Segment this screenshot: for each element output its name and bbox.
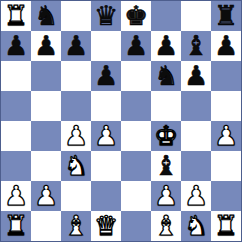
piece-black-pawn[interactable]: ♟	[184, 62, 208, 89]
piece-white-pawn[interactable]: ♟	[184, 182, 208, 209]
piece-white-pawn[interactable]: ♟	[4, 182, 28, 209]
square-e7[interactable]: ♟	[121, 31, 151, 61]
piece-white-rook[interactable]: ♜	[214, 212, 238, 239]
square-a8[interactable]: ♜	[1, 1, 31, 31]
square-f7[interactable]: ♟	[151, 31, 181, 61]
square-f4[interactable]: ♚	[151, 121, 181, 151]
square-a1[interactable]: ♜	[1, 211, 31, 241]
piece-white-rook[interactable]: ♜	[4, 2, 28, 29]
piece-black-knight[interactable]: ♞	[34, 2, 58, 29]
piece-black-queen[interactable]: ♛	[94, 2, 118, 29]
square-h3[interactable]	[211, 151, 241, 181]
square-f8[interactable]	[151, 1, 181, 31]
square-c3[interactable]: ♞	[61, 151, 91, 181]
square-d5[interactable]	[91, 91, 121, 121]
square-b7[interactable]: ♟	[31, 31, 61, 61]
piece-black-bishop[interactable]: ♝	[184, 32, 208, 59]
piece-white-queen[interactable]: ♛	[94, 212, 118, 239]
square-g3[interactable]	[181, 151, 211, 181]
square-h8[interactable]: ♜	[211, 1, 241, 31]
square-a2[interactable]: ♟	[1, 181, 31, 211]
chess-board: ♜♞♛♚♜♟♟♟♟♟♝♟♟♞♟♟♟♚♟♞♝♟♟♟♟♜♝♛♝♞♜	[1, 1, 241, 241]
square-c7[interactable]: ♟	[61, 31, 91, 61]
piece-black-pawn[interactable]: ♟	[124, 32, 148, 59]
piece-black-pawn[interactable]: ♟	[214, 32, 238, 59]
square-h4[interactable]: ♟	[211, 121, 241, 151]
piece-black-rook[interactable]: ♜	[214, 2, 238, 29]
square-e1[interactable]	[121, 211, 151, 241]
piece-black-pawn[interactable]: ♟	[94, 62, 118, 89]
square-e6[interactable]	[121, 61, 151, 91]
piece-black-pawn[interactable]: ♟	[154, 32, 178, 59]
square-a7[interactable]: ♟	[1, 31, 31, 61]
square-g2[interactable]: ♟	[181, 181, 211, 211]
square-b3[interactable]	[31, 151, 61, 181]
square-e8[interactable]: ♚	[121, 1, 151, 31]
piece-white-knight[interactable]: ♞	[184, 212, 208, 239]
square-d4[interactable]: ♟	[91, 121, 121, 151]
square-e2[interactable]	[121, 181, 151, 211]
square-f3[interactable]: ♝	[151, 151, 181, 181]
square-d6[interactable]: ♟	[91, 61, 121, 91]
square-h5[interactable]	[211, 91, 241, 121]
square-e3[interactable]	[121, 151, 151, 181]
piece-white-king[interactable]: ♚	[154, 122, 178, 149]
square-g7[interactable]: ♝	[181, 31, 211, 61]
square-d3[interactable]	[91, 151, 121, 181]
piece-black-bishop[interactable]: ♝	[154, 152, 178, 179]
square-e5[interactable]	[121, 91, 151, 121]
square-b1[interactable]	[31, 211, 61, 241]
square-g6[interactable]: ♟	[181, 61, 211, 91]
piece-black-pawn[interactable]: ♟	[4, 32, 28, 59]
piece-black-king[interactable]: ♚	[124, 2, 148, 29]
square-c2[interactable]	[61, 181, 91, 211]
square-b5[interactable]	[31, 91, 61, 121]
piece-white-knight[interactable]: ♞	[64, 152, 88, 179]
square-c6[interactable]	[61, 61, 91, 91]
square-d1[interactable]: ♛	[91, 211, 121, 241]
piece-white-bishop[interactable]: ♝	[154, 212, 178, 239]
square-d8[interactable]: ♛	[91, 1, 121, 31]
piece-white-rook[interactable]: ♜	[4, 212, 28, 239]
piece-black-pawn[interactable]: ♟	[34, 32, 58, 59]
square-a5[interactable]	[1, 91, 31, 121]
square-c4[interactable]: ♟	[61, 121, 91, 151]
square-h6[interactable]	[211, 61, 241, 91]
square-g4[interactable]	[181, 121, 211, 151]
square-g8[interactable]	[181, 1, 211, 31]
square-f2[interactable]: ♟	[151, 181, 181, 211]
square-f5[interactable]	[151, 91, 181, 121]
square-d7[interactable]	[91, 31, 121, 61]
square-c5[interactable]	[61, 91, 91, 121]
square-b4[interactable]	[31, 121, 61, 151]
piece-white-pawn[interactable]: ♟	[214, 122, 238, 149]
square-c8[interactable]	[61, 1, 91, 31]
square-g1[interactable]: ♞	[181, 211, 211, 241]
piece-white-pawn[interactable]: ♟	[34, 182, 58, 209]
square-d2[interactable]	[91, 181, 121, 211]
piece-black-knight[interactable]: ♞	[154, 62, 178, 89]
chess-board-frame: ♜♞♛♚♜♟♟♟♟♟♝♟♟♞♟♟♟♚♟♞♝♟♟♟♟♜♝♛♝♞♜	[0, 0, 242, 242]
piece-white-pawn[interactable]: ♟	[154, 182, 178, 209]
square-h7[interactable]: ♟	[211, 31, 241, 61]
square-f6[interactable]: ♞	[151, 61, 181, 91]
square-a3[interactable]	[1, 151, 31, 181]
square-b8[interactable]: ♞	[31, 1, 61, 31]
piece-white-pawn[interactable]: ♟	[94, 122, 118, 149]
square-b6[interactable]	[31, 61, 61, 91]
square-c1[interactable]: ♝	[61, 211, 91, 241]
square-h2[interactable]	[211, 181, 241, 211]
square-a6[interactable]	[1, 61, 31, 91]
piece-black-pawn[interactable]: ♟	[64, 32, 88, 59]
square-h1[interactable]: ♜	[211, 211, 241, 241]
square-e4[interactable]	[121, 121, 151, 151]
piece-white-pawn[interactable]: ♟	[64, 122, 88, 149]
square-f1[interactable]: ♝	[151, 211, 181, 241]
square-g5[interactable]	[181, 91, 211, 121]
square-a4[interactable]	[1, 121, 31, 151]
piece-white-bishop[interactable]: ♝	[64, 212, 88, 239]
square-b2[interactable]: ♟	[31, 181, 61, 211]
